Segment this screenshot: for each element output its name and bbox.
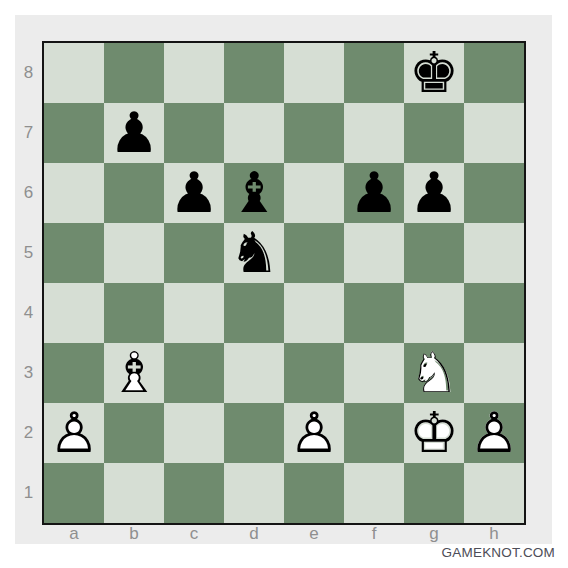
square-h5[interactable] [464,223,524,283]
square-h6[interactable] [464,163,524,223]
piece-black-knight[interactable]: ♞ [224,223,284,283]
square-d1[interactable] [224,463,284,523]
square-a4[interactable] [44,283,104,343]
square-a5[interactable] [44,223,104,283]
square-b1[interactable] [104,463,164,523]
piece-fill-glyph: ♟ [404,163,464,223]
file-label-c: c [164,525,224,543]
piece-outline-glyph: ♙ [464,403,524,463]
square-b5[interactable] [104,223,164,283]
square-a3[interactable] [44,343,104,403]
piece-fill-glyph: ♚ [404,43,464,103]
piece-white-pawn[interactable]: ♟♙ [464,403,524,463]
square-e4[interactable] [284,283,344,343]
square-c3[interactable] [164,343,224,403]
square-g7[interactable] [404,103,464,163]
rank-label-8: 8 [15,43,42,103]
square-a8[interactable] [44,43,104,103]
square-b2[interactable] [104,403,164,463]
square-a2[interactable]: ♟♙ [44,403,104,463]
square-f3[interactable] [344,343,404,403]
piece-fill-glyph: ♝ [224,163,284,223]
square-b6[interactable] [104,163,164,223]
square-g6[interactable]: ♟ [404,163,464,223]
site-watermark: GAMEKNOT.COM [442,545,555,560]
square-d4[interactable] [224,283,284,343]
square-b3[interactable]: ♝♗ [104,343,164,403]
piece-fill-glyph: ♟ [164,163,224,223]
square-c8[interactable] [164,43,224,103]
piece-outline-glyph: ♗ [104,343,164,403]
square-a1[interactable] [44,463,104,523]
piece-white-king[interactable]: ♚♔ [404,403,464,463]
square-f1[interactable] [344,463,404,523]
rank-label-7: 7 [15,103,42,163]
square-d8[interactable] [224,43,284,103]
square-e6[interactable] [284,163,344,223]
piece-fill-glyph: ♟ [344,163,404,223]
piece-black-pawn[interactable]: ♟ [404,163,464,223]
piece-white-pawn[interactable]: ♟♙ [284,403,344,463]
square-h3[interactable] [464,343,524,403]
square-h4[interactable] [464,283,524,343]
piece-black-pawn[interactable]: ♟ [164,163,224,223]
square-f5[interactable] [344,223,404,283]
square-h2[interactable]: ♟♙ [464,403,524,463]
piece-black-pawn[interactable]: ♟ [104,103,164,163]
piece-white-knight[interactable]: ♞♘ [404,343,464,403]
square-h7[interactable] [464,103,524,163]
square-c1[interactable] [164,463,224,523]
piece-fill-glyph: ♟ [104,103,164,163]
square-b7[interactable]: ♟ [104,103,164,163]
square-c7[interactable] [164,103,224,163]
square-c2[interactable] [164,403,224,463]
square-h8[interactable] [464,43,524,103]
square-e8[interactable] [284,43,344,103]
piece-white-pawn[interactable]: ♟♙ [44,403,104,463]
square-c6[interactable]: ♟ [164,163,224,223]
chess-board: ♚♟♟♝♟♟♞♝♗♞♘♟♙♟♙♚♔♟♙ [42,41,526,525]
file-label-h: h [464,525,524,543]
square-d7[interactable] [224,103,284,163]
square-g1[interactable] [404,463,464,523]
square-d6[interactable]: ♝ [224,163,284,223]
rank-label-1: 1 [15,463,42,523]
square-d2[interactable] [224,403,284,463]
piece-fill-glyph: ♞ [224,223,284,283]
file-label-g: g [404,525,464,543]
square-f4[interactable] [344,283,404,343]
square-e3[interactable] [284,343,344,403]
rank-label-5: 5 [15,223,42,283]
file-label-e: e [284,525,344,543]
file-label-d: d [224,525,284,543]
square-f7[interactable] [344,103,404,163]
square-c5[interactable] [164,223,224,283]
square-d5[interactable]: ♞ [224,223,284,283]
piece-outline-glyph: ♘ [404,343,464,403]
square-g3[interactable]: ♞♘ [404,343,464,403]
square-g5[interactable] [404,223,464,283]
square-a6[interactable] [44,163,104,223]
square-g4[interactable] [404,283,464,343]
piece-black-pawn[interactable]: ♟ [344,163,404,223]
piece-outline-glyph: ♙ [44,403,104,463]
square-a7[interactable] [44,103,104,163]
rank-label-4: 4 [15,283,42,343]
square-f8[interactable] [344,43,404,103]
square-d3[interactable] [224,343,284,403]
square-f2[interactable] [344,403,404,463]
rank-label-2: 2 [15,403,42,463]
square-h1[interactable] [464,463,524,523]
piece-black-king[interactable]: ♚ [404,43,464,103]
square-g8[interactable]: ♚ [404,43,464,103]
square-e7[interactable] [284,103,344,163]
file-label-f: f [344,525,404,543]
rank-label-3: 3 [15,343,42,403]
square-c4[interactable] [164,283,224,343]
square-f6[interactable]: ♟ [344,163,404,223]
square-e5[interactable] [284,223,344,283]
square-e2[interactable]: ♟♙ [284,403,344,463]
piece-outline-glyph: ♙ [284,403,344,463]
square-g2[interactable]: ♚♔ [404,403,464,463]
piece-white-bishop[interactable]: ♝♗ [104,343,164,403]
square-e1[interactable] [284,463,344,523]
rank-label-6: 6 [15,163,42,223]
piece-black-bishop[interactable]: ♝ [224,163,284,223]
piece-outline-glyph: ♔ [404,403,464,463]
file-label-b: b [104,525,164,543]
file-label-a: a [44,525,104,543]
square-b8[interactable] [104,43,164,103]
square-b4[interactable] [104,283,164,343]
